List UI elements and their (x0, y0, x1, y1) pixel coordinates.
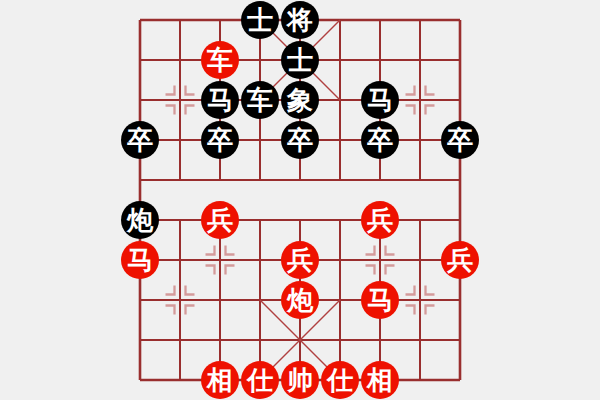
piece-black-soldier[interactable]: 卒 (281, 121, 319, 159)
piece-black-advisor[interactable]: 士 (281, 41, 319, 79)
piece-red-horse[interactable]: 马 (361, 281, 399, 319)
piece-red-soldier[interactable]: 兵 (201, 201, 239, 239)
piece-black-advisor[interactable]: 士 (241, 1, 279, 39)
piece-red-elephant[interactable]: 相 (201, 361, 239, 399)
piece-layer: 士将车士马车象马卒卒卒卒卒炮兵兵马兵兵炮马相仕帅仕相 (120, 0, 480, 400)
piece-black-cannon[interactable]: 炮 (121, 201, 159, 239)
piece-black-soldier[interactable]: 卒 (121, 121, 159, 159)
piece-red-general[interactable]: 帅 (281, 361, 319, 399)
piece-black-horse[interactable]: 马 (201, 81, 239, 119)
piece-red-horse[interactable]: 马 (121, 241, 159, 279)
piece-black-elephant[interactable]: 象 (281, 81, 319, 119)
screenshot-canvas: 士将车士马车象马卒卒卒卒卒炮兵兵马兵兵炮马相仕帅仕相 (0, 0, 600, 400)
piece-red-soldier[interactable]: 兵 (441, 241, 479, 279)
piece-red-soldier[interactable]: 兵 (281, 241, 319, 279)
piece-red-advisor[interactable]: 仕 (321, 361, 359, 399)
piece-black-soldier[interactable]: 卒 (361, 121, 399, 159)
piece-black-horse[interactable]: 马 (361, 81, 399, 119)
piece-red-elephant[interactable]: 相 (361, 361, 399, 399)
piece-red-chariot[interactable]: 车 (201, 41, 239, 79)
piece-red-advisor[interactable]: 仕 (241, 361, 279, 399)
piece-black-soldier[interactable]: 卒 (201, 121, 239, 159)
piece-black-general[interactable]: 将 (281, 1, 319, 39)
piece-red-soldier[interactable]: 兵 (361, 201, 399, 239)
piece-black-soldier[interactable]: 卒 (441, 121, 479, 159)
piece-red-cannon[interactable]: 炮 (281, 281, 319, 319)
piece-black-chariot[interactable]: 车 (241, 81, 279, 119)
